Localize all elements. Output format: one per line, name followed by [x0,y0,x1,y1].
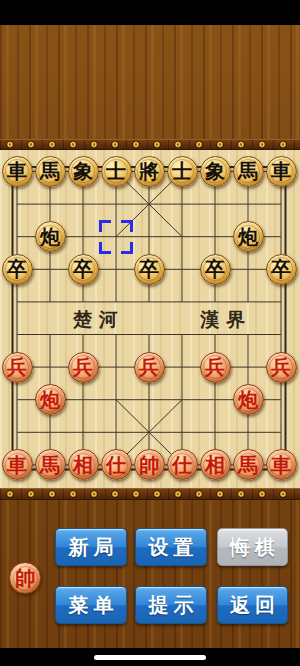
piece-red-soldier[interactable]: 兵 [134,352,165,383]
piece-red-cannon[interactable]: 炮 [35,384,66,415]
piece-glyph: 兵 [139,357,159,377]
piece-black-chariot[interactable]: 車 [2,156,33,187]
piece-glyph: 將 [139,161,159,181]
piece-glyph: 卒 [7,259,27,279]
xiangqi-app-screen: 楚河 漢界 車馬象士將士象馬車炮炮卒卒卒卒卒兵兵兵兵兵炮炮車馬相仕帥仕相馬車 帥… [0,0,300,666]
piece-black-soldier[interactable]: 卒 [134,254,165,285]
piece-glyph: 仕 [106,455,126,475]
piece-glyph: 卒 [271,259,291,279]
cursor-corner-br [121,242,133,254]
piece-black-advisor[interactable]: 士 [101,156,132,187]
xiangqi-board[interactable]: 楚河 漢界 車馬象士將士象馬車炮炮卒卒卒卒卒兵兵兵兵兵炮炮車馬相仕帥仕相馬車 [0,150,300,488]
piece-glyph: 象 [205,161,225,181]
piece-glyph: 象 [73,161,93,181]
piece-red-elephant[interactable]: 相 [68,449,99,480]
piece-glyph: 車 [7,161,27,181]
piece-red-chariot[interactable]: 車 [266,449,297,480]
piece-red-elephant[interactable]: 相 [200,449,231,480]
piece-grid[interactable]: 車馬象士將士象馬車炮炮卒卒卒卒卒兵兵兵兵兵炮炮車馬相仕帥仕相馬車 [1,155,298,481]
cursor-corner-bl [99,242,111,254]
piece-black-soldier[interactable]: 卒 [68,254,99,285]
piece-glyph: 仕 [172,455,192,475]
piece-black-soldier[interactable]: 卒 [266,254,297,285]
piece-glyph: 馬 [238,161,258,181]
piece-glyph: 車 [7,455,27,475]
cursor-corner-tr [121,220,133,232]
piece-black-horse[interactable]: 馬 [35,156,66,187]
button-menu[interactable]: 菜单 [55,586,127,624]
piece-red-soldier[interactable]: 兵 [2,352,33,383]
board-edge-strip-top [0,139,300,150]
home-indicator[interactable] [94,655,206,660]
piece-black-advisor[interactable]: 士 [167,156,198,187]
piece-glyph: 馬 [40,161,60,181]
piece-glyph: 兵 [73,357,93,377]
piece-glyph: 炮 [40,390,60,410]
piece-red-chariot[interactable]: 車 [2,449,33,480]
piece-glyph: 炮 [238,390,258,410]
piece-red-cannon[interactable]: 炮 [233,384,264,415]
piece-red-horse[interactable]: 馬 [35,449,66,480]
piece-red-horse[interactable]: 馬 [233,449,264,480]
piece-black-horse[interactable]: 馬 [233,156,264,187]
piece-glyph: 兵 [271,357,291,377]
piece-red-soldier[interactable]: 兵 [68,352,99,383]
piece-red-soldier[interactable]: 兵 [266,352,297,383]
piece-glyph: 炮 [238,227,258,247]
piece-glyph: 相 [205,455,225,475]
piece-glyph: 車 [271,161,291,181]
piece-red-advisor[interactable]: 仕 [101,449,132,480]
piece-glyph: 兵 [205,357,225,377]
piece-glyph: 炮 [40,227,60,247]
button-undo[interactable]: 悔棋 [217,528,288,566]
piece-glyph: 卒 [73,259,93,279]
button-back[interactable]: 返回 [217,586,288,624]
piece-black-chariot[interactable]: 車 [266,156,297,187]
piece-red-advisor[interactable]: 仕 [167,449,198,480]
status-bar [0,0,300,25]
piece-glyph: 兵 [7,357,27,377]
button-settings[interactable]: 设置 [135,528,207,566]
piece-black-cannon[interactable]: 炮 [233,221,264,252]
piece-glyph: 士 [172,161,192,181]
button-hint[interactable]: 提示 [135,586,207,624]
piece-glyph: 車 [271,455,291,475]
button-new-game[interactable]: 新局 [55,528,127,566]
piece-glyph: 相 [73,455,93,475]
piece-red-soldier[interactable]: 兵 [200,352,231,383]
piece-black-soldier[interactable]: 卒 [2,254,33,285]
selection-cursor [99,220,133,254]
piece-black-elephant[interactable]: 象 [200,156,231,187]
turn-indicator: 帥 [9,562,41,594]
piece-glyph: 卒 [205,259,225,279]
piece-black-cannon[interactable]: 炮 [35,221,66,252]
piece-red-general[interactable]: 帥 [134,449,165,480]
piece-black-general[interactable]: 將 [134,156,165,187]
piece-black-elephant[interactable]: 象 [68,156,99,187]
piece-glyph: 卒 [139,259,159,279]
turn-indicator-glyph: 帥 [15,568,35,588]
piece-glyph: 帥 [139,455,159,475]
piece-glyph: 馬 [40,455,60,475]
bottom-system-bar [0,648,300,666]
piece-black-soldier[interactable]: 卒 [200,254,231,285]
piece-glyph: 士 [106,161,126,181]
turn-indicator-piece: 帥 [9,562,41,594]
board-edge-strip-bottom [0,488,300,500]
piece-glyph: 馬 [238,455,258,475]
cursor-corner-tl [99,220,111,232]
